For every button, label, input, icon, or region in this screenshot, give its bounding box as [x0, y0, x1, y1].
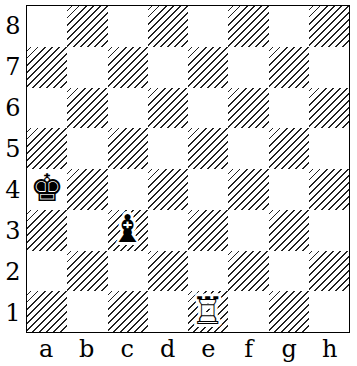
square-f4[interactable] — [228, 169, 268, 210]
square-h2[interactable] — [309, 251, 349, 292]
rank-label-1: 1 — [0, 292, 26, 333]
square-b2[interactable] — [67, 251, 107, 292]
square-g1[interactable] — [269, 291, 309, 332]
piece-black-king[interactable]: ♚ — [30, 169, 64, 207]
piece-white-rook[interactable]: ♖ — [191, 292, 225, 330]
square-c3[interactable]: ♝ — [108, 210, 148, 251]
square-f6[interactable] — [228, 88, 268, 129]
square-d5[interactable] — [148, 128, 188, 169]
square-h5[interactable] — [309, 128, 349, 169]
rank-label-7: 7 — [0, 46, 26, 87]
square-c5[interactable] — [108, 128, 148, 169]
rank-label-6: 6 — [0, 87, 26, 128]
square-a4[interactable]: ♚ — [27, 169, 67, 210]
square-e4[interactable] — [188, 169, 228, 210]
rank-label-4: 4 — [0, 169, 26, 210]
square-f5[interactable] — [228, 128, 268, 169]
square-e2[interactable] — [188, 251, 228, 292]
square-e8[interactable] — [188, 6, 228, 47]
file-labels: abcdefgh — [26, 333, 350, 364]
square-b5[interactable] — [67, 128, 107, 169]
square-d6[interactable] — [148, 88, 188, 129]
file-label-h: h — [310, 333, 351, 364]
square-b1[interactable] — [67, 291, 107, 332]
file-label-b: b — [67, 333, 108, 364]
square-b8[interactable] — [67, 6, 107, 47]
file-label-g: g — [269, 333, 310, 364]
square-e6[interactable] — [188, 88, 228, 129]
square-a8[interactable] — [27, 6, 67, 47]
square-d3[interactable] — [148, 210, 188, 251]
square-h3[interactable] — [309, 210, 349, 251]
square-b7[interactable] — [67, 47, 107, 88]
square-g5[interactable] — [269, 128, 309, 169]
square-h7[interactable] — [309, 47, 349, 88]
file-label-e: e — [188, 333, 229, 364]
square-e7[interactable] — [188, 47, 228, 88]
square-f3[interactable] — [228, 210, 268, 251]
square-g6[interactable] — [269, 88, 309, 129]
rank-label-8: 8 — [0, 5, 26, 46]
square-g7[interactable] — [269, 47, 309, 88]
square-a3[interactable] — [27, 210, 67, 251]
file-label-f: f — [229, 333, 270, 364]
rank-label-5: 5 — [0, 128, 26, 169]
square-b4[interactable] — [67, 169, 107, 210]
square-b6[interactable] — [67, 88, 107, 129]
square-f1[interactable] — [228, 291, 268, 332]
square-h6[interactable] — [309, 88, 349, 129]
square-f7[interactable] — [228, 47, 268, 88]
square-c1[interactable] — [108, 291, 148, 332]
piece-black-bishop[interactable]: ♝ — [111, 210, 145, 248]
square-g8[interactable] — [269, 6, 309, 47]
square-a7[interactable] — [27, 47, 67, 88]
square-d2[interactable] — [148, 251, 188, 292]
square-f8[interactable] — [228, 6, 268, 47]
square-h1[interactable] — [309, 291, 349, 332]
square-d8[interactable] — [148, 6, 188, 47]
rank-label-3: 3 — [0, 210, 26, 251]
square-e3[interactable] — [188, 210, 228, 251]
file-label-d: d — [148, 333, 189, 364]
square-f2[interactable] — [228, 251, 268, 292]
square-c6[interactable] — [108, 88, 148, 129]
square-c4[interactable] — [108, 169, 148, 210]
square-a2[interactable] — [27, 251, 67, 292]
square-g2[interactable] — [269, 251, 309, 292]
square-b3[interactable] — [67, 210, 107, 251]
square-e5[interactable] — [188, 128, 228, 169]
square-d7[interactable] — [148, 47, 188, 88]
rank-labels: 87654321 — [0, 5, 26, 333]
rank-label-2: 2 — [0, 251, 26, 292]
file-label-c: c — [107, 333, 148, 364]
file-label-a: a — [26, 333, 67, 364]
square-d4[interactable] — [148, 169, 188, 210]
chess-board: ♚♝♖ — [26, 5, 350, 333]
square-e1[interactable]: ♖ — [188, 291, 228, 332]
square-c8[interactable] — [108, 6, 148, 47]
square-a6[interactable] — [27, 88, 67, 129]
square-c7[interactable] — [108, 47, 148, 88]
square-h8[interactable] — [309, 6, 349, 47]
square-a5[interactable] — [27, 128, 67, 169]
square-c2[interactable] — [108, 251, 148, 292]
square-g4[interactable] — [269, 169, 309, 210]
square-d1[interactable] — [148, 291, 188, 332]
square-g3[interactable] — [269, 210, 309, 251]
square-a1[interactable] — [27, 291, 67, 332]
square-h4[interactable] — [309, 169, 349, 210]
chess-diagram: 87654321 ♚♝♖ abcdefgh — [0, 0, 357, 366]
